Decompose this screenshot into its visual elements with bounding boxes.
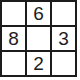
cell-r0c0[interactable] <box>2 2 25 25</box>
cell-r0c1[interactable]: 6 <box>27 2 50 25</box>
cell-r0c2[interactable] <box>52 2 75 25</box>
cell-r1c1[interactable] <box>27 27 50 50</box>
puzzle-board: 6 8 3 2 <box>0 0 77 77</box>
cell-r2c0[interactable] <box>2 52 25 75</box>
cell-r1c0[interactable]: 8 <box>2 27 25 50</box>
cell-r2c1[interactable]: 2 <box>27 52 50 75</box>
cell-r2c2[interactable] <box>52 52 75 75</box>
cell-r1c2[interactable]: 3 <box>52 27 75 50</box>
